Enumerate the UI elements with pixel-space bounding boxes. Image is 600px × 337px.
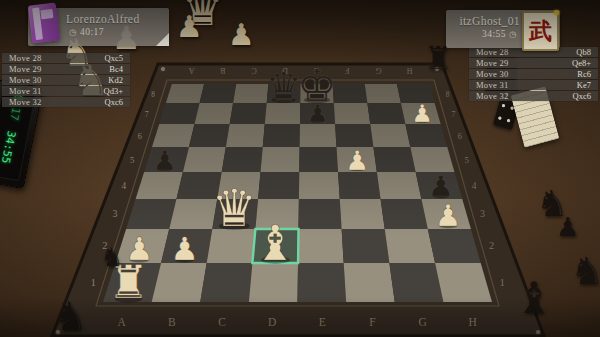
- rank-label-left-3: 3: [112, 208, 117, 219]
- move-number: Move 31: [476, 80, 509, 90]
- rim-stud: [160, 66, 165, 71]
- move-notation: Qe8+: [572, 58, 591, 68]
- move-list-black: Move 28Qb8Move 29Qe8+Move 30Rc6Move 31Ke…: [469, 47, 598, 102]
- file-label-top-C: C: [251, 66, 256, 75]
- clock-icon: ◷: [509, 29, 517, 39]
- move-row-black-2: Move 29Qe8+: [469, 58, 598, 68]
- player-panel-black: itzGhost_01 34:55◷ 武: [446, 10, 560, 48]
- file-label-top-H: H: [407, 66, 413, 75]
- move-row-white-4: Move 31Qd3+: [2, 86, 130, 96]
- move-notation: Rc6: [577, 69, 591, 79]
- piece-black-pawn-e7[interactable]: ♟: [306, 99, 328, 128]
- move-number: Move 31: [9, 86, 42, 96]
- panel-corner-fold: [156, 33, 169, 46]
- move-notation: Qxc6: [105, 97, 123, 107]
- piece-white-pawn-b2[interactable]: ♟: [170, 230, 199, 268]
- captured-white-pawn: ♟: [228, 20, 255, 50]
- rank-label-right-6: 6: [458, 132, 462, 141]
- move-row-white-5: Move 32Qxc6: [2, 97, 130, 107]
- captured-black-pawn: ♟: [556, 214, 579, 240]
- rank-label-right-3: 3: [480, 208, 485, 219]
- piece-white-bishop-d2[interactable]: ♝: [254, 215, 298, 272]
- move-notation: Bc4: [109, 64, 123, 74]
- move-notation: Qd3+: [104, 86, 123, 96]
- captured-black-knight: ♞: [52, 296, 88, 336]
- file-label-top-B: B: [220, 66, 225, 75]
- file-label-bottom-B: B: [168, 316, 176, 328]
- rim-stud: [535, 329, 540, 334]
- rank-label-right-8: 8: [446, 91, 450, 99]
- move-row-black-3: Move 30Rc6: [469, 69, 598, 79]
- move-notation: Ke7: [577, 80, 591, 90]
- file-label-bottom-E: E: [319, 316, 326, 328]
- black-player-time: 34:55◷: [446, 29, 520, 39]
- move-number: Move 30: [9, 75, 42, 85]
- captured-black-knight: ♞: [570, 252, 600, 290]
- move-number: Move 28: [9, 53, 42, 63]
- file-label-bottom-A: A: [118, 316, 127, 328]
- rank-badge: 武: [522, 11, 559, 51]
- move-row-white-1: Move 28Qxc5: [2, 53, 130, 63]
- move-row-black-5: Move 32Qxc6: [469, 91, 598, 101]
- move-number: Move 29: [9, 64, 42, 74]
- black-player-name: itzGhost_01: [446, 15, 520, 27]
- captured-black-bishop: ♝: [514, 276, 553, 320]
- file-label-bottom-C: C: [218, 316, 226, 328]
- piece-white-pawn-f5[interactable]: ♟: [345, 145, 369, 176]
- move-number: Move 29: [476, 58, 509, 68]
- piece-black-pawn-a5[interactable]: ♟: [152, 145, 176, 176]
- file-label-top-A: A: [189, 66, 195, 75]
- piece-white-pawn-h7[interactable]: ♟: [411, 99, 433, 128]
- rank-label-left-8: 8: [151, 91, 155, 99]
- rank-label-left-6: 6: [138, 132, 142, 141]
- rank-label-right-7: 7: [451, 110, 455, 119]
- move-notation: Qxc6: [573, 91, 591, 101]
- rank-label-right-1: 1: [499, 276, 505, 288]
- file-label-bottom-F: F: [369, 316, 375, 328]
- move-row-white-2: Move 29Bc4: [2, 64, 130, 74]
- move-row-white-3: Move 30Kd2: [2, 75, 130, 85]
- rank-badge-glyph: 武: [529, 20, 552, 43]
- piece-white-pawn-h3[interactable]: ♟: [435, 198, 462, 233]
- player-avatar-book-icon: [28, 2, 60, 43]
- rank-label-right-2: 2: [489, 240, 494, 251]
- move-notation: Kd2: [108, 75, 123, 85]
- white-player-time: ◷40:17: [66, 27, 169, 37]
- white-player-name: LorenzoAlfred: [66, 13, 169, 25]
- move-row-black-4: Move 31Ke7: [469, 80, 598, 90]
- file-label-bottom-G: G: [418, 316, 426, 328]
- move-number: Move 32: [9, 97, 42, 107]
- move-number: Move 30: [476, 69, 509, 79]
- move-list-white: Move 28Qxc5Move 29Bc4Move 30Kd2Move 31Qd…: [2, 53, 130, 108]
- rank-label-left-1: 1: [90, 276, 96, 288]
- clock-icon: ◷: [69, 27, 77, 37]
- move-notation: Qxc5: [105, 53, 123, 63]
- rank-label-left-7: 7: [145, 110, 149, 119]
- game-scene: AABBCCDDEEFFGGHH1122334455667788♛♚♟♟♟♟♟♛…: [0, 0, 600, 337]
- rank-label-right-5: 5: [464, 155, 469, 165]
- move-number: Move 28: [476, 47, 509, 57]
- move-number: Move 32: [476, 91, 509, 101]
- file-label-bottom-D: D: [268, 316, 276, 328]
- move-notation: Qb8: [576, 47, 591, 57]
- rank-label-left-5: 5: [130, 155, 135, 165]
- file-label-top-G: G: [375, 66, 381, 75]
- piece-white-queen-c3[interactable]: ♛: [211, 178, 257, 238]
- rank-label-left-4: 4: [122, 181, 127, 191]
- player-panel-white: LorenzoAlfred ◷40:17: [28, 8, 169, 46]
- file-label-top-F: F: [345, 66, 350, 75]
- file-label-bottom-H: H: [469, 316, 477, 328]
- rank-label-right-4: 4: [472, 181, 477, 191]
- captured-black-knight: ♞: [100, 244, 123, 270]
- captured-white-pawn: ♟: [176, 12, 203, 42]
